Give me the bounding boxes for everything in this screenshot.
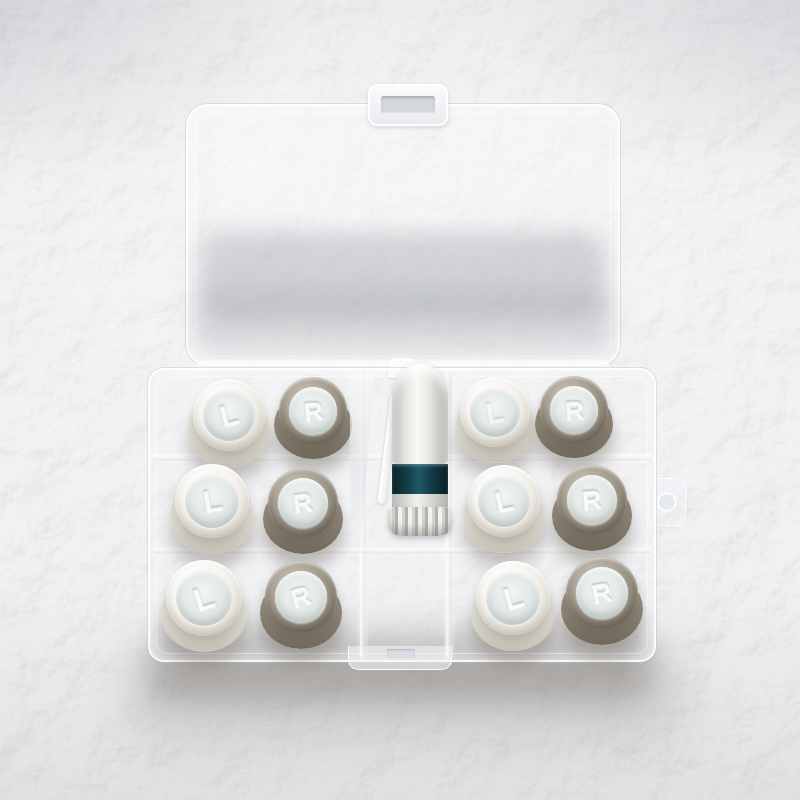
- cap-letter: R: [302, 395, 324, 428]
- applicator-ribbed-grip: [388, 507, 452, 536]
- cap-letter: L: [491, 482, 516, 519]
- lens-cap-left: L: [476, 561, 550, 635]
- cap-letter: R: [564, 394, 585, 426]
- lens-cap-left: L: [166, 560, 242, 636]
- cap-frosted-top: L: [478, 475, 530, 527]
- lens-cap-right: R: [557, 465, 627, 535]
- cap-frosted-top: R: [278, 478, 328, 528]
- applicator-teal-band: [392, 464, 448, 494]
- base-latch-slot: [387, 649, 415, 658]
- lens-cap-left: L: [460, 377, 530, 447]
- cap-frosted-top: L: [203, 389, 255, 441]
- lens-cap-right: R: [540, 376, 608, 444]
- cap-letter: L: [499, 578, 527, 618]
- applicator-body: [392, 364, 448, 464]
- cap-frosted-top: L: [185, 474, 239, 528]
- lens-cap-left: L: [175, 464, 249, 538]
- lens-applicator-tool: [392, 364, 448, 536]
- lens-cap-right: R: [566, 557, 638, 629]
- side-tab-circle: [657, 492, 677, 512]
- cap-frosted-top: L: [470, 387, 520, 437]
- cap-frosted-top: R: [550, 386, 598, 434]
- lid-latch-tab: [368, 84, 448, 126]
- lens-cap-right: R: [265, 561, 337, 633]
- cap-letter: L: [216, 396, 242, 433]
- cap-letter: R: [581, 484, 604, 517]
- applicator-collar: [392, 494, 448, 507]
- cap-letter: L: [200, 482, 225, 521]
- lid-sheen-highlight: [214, 116, 451, 214]
- cap-letter: L: [189, 577, 219, 618]
- cap-frosted-top: L: [176, 570, 232, 626]
- lid-shadow-tint-lower: [192, 287, 613, 349]
- cap-frosted-top: L: [486, 571, 540, 625]
- lens-cap-right: R: [268, 468, 338, 538]
- cap-frosted-top: R: [275, 571, 327, 623]
- cap-letter: L: [483, 394, 506, 430]
- photo-scene: L R L R L R L: [0, 0, 800, 800]
- cap-frosted-top: R: [289, 387, 337, 435]
- box-lid: [186, 104, 620, 366]
- cap-letter: R: [287, 579, 314, 614]
- cap-letter: R: [590, 576, 615, 610]
- cap-frosted-top: R: [567, 475, 617, 525]
- lid-latch-hole: [381, 96, 435, 114]
- lens-cap-right: R: [279, 377, 347, 445]
- cap-letter: R: [291, 486, 315, 519]
- lens-cap-left: L: [468, 465, 540, 537]
- lens-cap-left: L: [193, 379, 265, 451]
- cap-frosted-top: R: [576, 567, 628, 619]
